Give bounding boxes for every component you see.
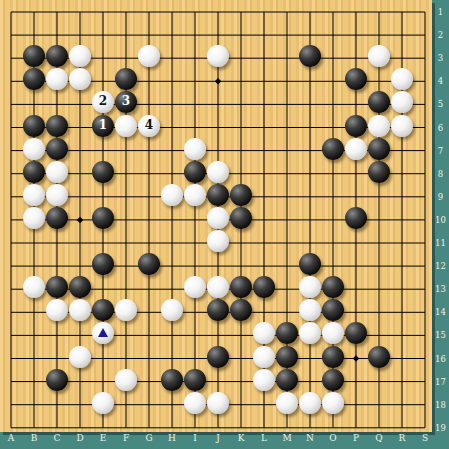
stone-black-C7 xyxy=(46,138,68,160)
stone-black-P6 xyxy=(345,115,367,137)
stone-black-M16 xyxy=(276,346,298,368)
stone-white-C8 xyxy=(46,161,68,183)
stone-black-Q7 xyxy=(368,138,390,160)
column-label-F: F xyxy=(118,433,134,443)
stone-white-G6: 4 xyxy=(138,115,160,137)
column-label-H: H xyxy=(164,433,180,443)
stone-white-J10 xyxy=(207,207,229,229)
move-number-label: 2 xyxy=(99,95,107,107)
row-label-6: 6 xyxy=(432,123,449,133)
stone-black-J16 xyxy=(207,346,229,368)
stone-white-L16 xyxy=(253,346,275,368)
stone-black-M17 xyxy=(276,369,298,391)
stone-black-B6 xyxy=(23,115,45,137)
row-label-12: 12 xyxy=(432,261,449,271)
stone-black-E12 xyxy=(92,253,114,275)
stone-black-K9 xyxy=(230,184,252,206)
stone-black-C6 xyxy=(46,115,68,137)
stone-black-I17 xyxy=(184,369,206,391)
stone-black-G12 xyxy=(138,253,160,275)
row-label-8: 8 xyxy=(432,169,449,179)
stone-white-H9 xyxy=(161,184,183,206)
stone-black-O16 xyxy=(322,346,344,368)
row-label-3: 3 xyxy=(432,53,449,63)
row-label-11: 11 xyxy=(432,238,449,248)
stone-black-J9 xyxy=(207,184,229,206)
star-point xyxy=(77,217,84,224)
row-label-19: 19 xyxy=(432,423,449,433)
stone-white-N18 xyxy=(299,392,321,414)
column-label-S: S xyxy=(417,433,433,443)
row-label-7: 7 xyxy=(432,146,449,156)
stone-white-Q6 xyxy=(368,115,390,137)
stone-white-B10 xyxy=(23,207,45,229)
row-label-15: 15 xyxy=(432,330,449,340)
column-label-B: B xyxy=(26,433,42,443)
stone-black-B8 xyxy=(23,161,45,183)
column-label-N: N xyxy=(302,433,318,443)
column-label-Q: Q xyxy=(371,433,387,443)
stone-black-E8 xyxy=(92,161,114,183)
column-label-C: C xyxy=(49,433,65,443)
column-label-O: O xyxy=(325,433,341,443)
row-label-16: 16 xyxy=(432,354,449,364)
row-label-14: 14 xyxy=(432,307,449,317)
stone-white-J18 xyxy=(207,392,229,414)
stone-black-E10 xyxy=(92,207,114,229)
stone-black-O7 xyxy=(322,138,344,160)
stone-white-I7 xyxy=(184,138,206,160)
column-label-L: L xyxy=(256,433,272,443)
stone-black-I8 xyxy=(184,161,206,183)
row-label-17: 17 xyxy=(432,377,449,387)
stone-white-O18 xyxy=(322,392,344,414)
stone-white-M18 xyxy=(276,392,298,414)
stone-white-L17 xyxy=(253,369,275,391)
star-point xyxy=(215,78,222,85)
go-board[interactable]: 2314 xyxy=(0,0,432,432)
stone-white-I18 xyxy=(184,392,206,414)
triangle-marker xyxy=(98,328,108,337)
column-label-P: P xyxy=(348,433,364,443)
column-label-K: K xyxy=(233,433,249,443)
row-label-10: 10 xyxy=(432,215,449,225)
star-point xyxy=(353,355,360,362)
stone-white-I9 xyxy=(184,184,206,206)
stone-white-F17 xyxy=(115,369,137,391)
stone-black-P10 xyxy=(345,207,367,229)
stone-white-R6 xyxy=(391,115,413,137)
stone-black-C10 xyxy=(46,207,68,229)
column-label-M: M xyxy=(279,433,295,443)
stone-black-C17 xyxy=(46,369,68,391)
column-label-D: D xyxy=(72,433,88,443)
row-label-4: 4 xyxy=(432,76,449,86)
stone-black-O17 xyxy=(322,369,344,391)
stone-black-N12 xyxy=(299,253,321,275)
stone-black-Q8 xyxy=(368,161,390,183)
move-number-label: 1 xyxy=(99,119,107,131)
column-label-G: G xyxy=(141,433,157,443)
column-label-I: I xyxy=(187,433,203,443)
move-number-label: 3 xyxy=(122,95,130,107)
stone-white-B9 xyxy=(23,184,45,206)
stone-white-P7 xyxy=(345,138,367,160)
column-label-J: J xyxy=(210,433,226,443)
stone-white-E18 xyxy=(92,392,114,414)
row-label-2: 2 xyxy=(432,30,449,40)
stone-white-D16 xyxy=(69,346,91,368)
row-label-1: 1 xyxy=(432,7,449,17)
row-label-13: 13 xyxy=(432,284,449,294)
row-labels: 12345678910111213141516171819 xyxy=(432,0,449,432)
column-labels: ABCDEFGHIJKLMNOPQRS xyxy=(0,433,432,449)
stone-black-Q16 xyxy=(368,346,390,368)
column-label-A: A xyxy=(3,433,19,443)
row-label-9: 9 xyxy=(432,192,449,202)
stone-black-H17 xyxy=(161,369,183,391)
stone-black-E6: 1 xyxy=(92,115,114,137)
stone-white-B7 xyxy=(23,138,45,160)
column-label-E: E xyxy=(95,433,111,443)
row-label-5: 5 xyxy=(432,99,449,109)
stone-white-J11 xyxy=(207,230,229,252)
stone-white-J8 xyxy=(207,161,229,183)
stone-black-K10 xyxy=(230,207,252,229)
move-number-label: 4 xyxy=(145,119,153,131)
go-diagram: 2314 ABCDEFGHIJKLMNOPQRS 123456789101112… xyxy=(0,0,449,449)
column-label-R: R xyxy=(394,433,410,443)
stone-white-C9 xyxy=(46,184,68,206)
stone-white-F6 xyxy=(115,115,137,137)
row-label-18: 18 xyxy=(432,400,449,410)
